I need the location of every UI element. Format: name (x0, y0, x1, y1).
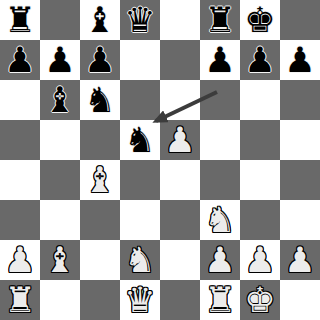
square-d6[interactable] (120, 80, 160, 120)
square-c4[interactable]: ♝ (80, 160, 120, 200)
square-f8[interactable]: ♜ (200, 0, 240, 40)
square-b8[interactable] (40, 0, 80, 40)
square-f4[interactable] (200, 160, 240, 200)
chess-board-container: ♜♝♛♜♚♟♟♟♟♟♟♝♞♞♟♝♞♟♝♞♟♟♟♜♛♜♚ (0, 0, 320, 320)
piece-black-bishop: ♝ (44, 80, 75, 120)
piece-black-pawn: ♟ (4, 40, 35, 80)
square-c5[interactable] (80, 120, 120, 160)
square-g1[interactable]: ♚ (240, 280, 280, 320)
square-b6[interactable]: ♝ (40, 80, 80, 120)
square-c8[interactable]: ♝ (80, 0, 120, 40)
piece-white-knight: ♞ (204, 200, 235, 240)
chess-board: ♜♝♛♜♚♟♟♟♟♟♟♝♞♞♟♝♞♟♝♞♟♟♟♜♛♜♚ (0, 0, 320, 320)
piece-black-rook: ♜ (204, 0, 235, 40)
square-d2[interactable]: ♞ (120, 240, 160, 280)
square-h3[interactable] (280, 200, 320, 240)
square-g6[interactable] (240, 80, 280, 120)
piece-white-pawn: ♟ (4, 240, 35, 280)
piece-black-pawn: ♟ (84, 40, 115, 80)
square-c6[interactable]: ♞ (80, 80, 120, 120)
square-a7[interactable]: ♟ (0, 40, 40, 80)
square-b4[interactable] (40, 160, 80, 200)
piece-black-pawn: ♟ (204, 40, 235, 80)
square-e7[interactable] (160, 40, 200, 80)
square-f2[interactable]: ♟ (200, 240, 240, 280)
square-a5[interactable] (0, 120, 40, 160)
square-f1[interactable]: ♜ (200, 280, 240, 320)
square-h5[interactable] (280, 120, 320, 160)
piece-black-bishop: ♝ (84, 0, 115, 40)
square-d1[interactable]: ♛ (120, 280, 160, 320)
piece-white-rook: ♜ (204, 280, 235, 320)
square-b3[interactable] (40, 200, 80, 240)
square-e3[interactable] (160, 200, 200, 240)
square-a4[interactable] (0, 160, 40, 200)
square-e4[interactable] (160, 160, 200, 200)
square-e2[interactable] (160, 240, 200, 280)
square-f5[interactable] (200, 120, 240, 160)
piece-black-pawn: ♟ (284, 40, 315, 80)
piece-black-pawn: ♟ (244, 40, 275, 80)
piece-white-pawn: ♟ (164, 120, 195, 160)
piece-white-bishop: ♝ (84, 160, 115, 200)
piece-white-pawn: ♟ (204, 240, 235, 280)
piece-black-king: ♚ (244, 0, 275, 40)
square-g8[interactable]: ♚ (240, 0, 280, 40)
square-d4[interactable] (120, 160, 160, 200)
piece-black-rook: ♜ (4, 0, 35, 40)
square-g5[interactable] (240, 120, 280, 160)
square-d3[interactable] (120, 200, 160, 240)
piece-white-king: ♚ (244, 280, 275, 320)
square-b7[interactable]: ♟ (40, 40, 80, 80)
square-e5[interactable]: ♟ (160, 120, 200, 160)
square-h4[interactable] (280, 160, 320, 200)
square-c3[interactable] (80, 200, 120, 240)
square-f7[interactable]: ♟ (200, 40, 240, 80)
square-c2[interactable] (80, 240, 120, 280)
square-h7[interactable]: ♟ (280, 40, 320, 80)
square-c1[interactable] (80, 280, 120, 320)
square-b1[interactable] (40, 280, 80, 320)
piece-white-queen: ♛ (124, 280, 155, 320)
square-b2[interactable]: ♝ (40, 240, 80, 280)
piece-white-bishop: ♝ (44, 240, 75, 280)
piece-black-knight: ♞ (124, 120, 155, 160)
square-h8[interactable] (280, 0, 320, 40)
square-f3[interactable]: ♞ (200, 200, 240, 240)
square-e1[interactable] (160, 280, 200, 320)
square-g3[interactable] (240, 200, 280, 240)
square-a1[interactable]: ♜ (0, 280, 40, 320)
piece-white-rook: ♜ (4, 280, 35, 320)
square-d5[interactable]: ♞ (120, 120, 160, 160)
square-g7[interactable]: ♟ (240, 40, 280, 80)
square-a2[interactable]: ♟ (0, 240, 40, 280)
square-c7[interactable]: ♟ (80, 40, 120, 80)
square-e6[interactable] (160, 80, 200, 120)
square-g2[interactable]: ♟ (240, 240, 280, 280)
piece-black-pawn: ♟ (44, 40, 75, 80)
square-b5[interactable] (40, 120, 80, 160)
square-a3[interactable] (0, 200, 40, 240)
square-e8[interactable] (160, 0, 200, 40)
square-a8[interactable]: ♜ (0, 0, 40, 40)
square-f6[interactable] (200, 80, 240, 120)
piece-white-knight: ♞ (124, 240, 155, 280)
square-d7[interactable] (120, 40, 160, 80)
square-a6[interactable] (0, 80, 40, 120)
square-g4[interactable] (240, 160, 280, 200)
piece-black-queen: ♛ (124, 0, 155, 40)
square-h1[interactable] (280, 280, 320, 320)
square-h6[interactable] (280, 80, 320, 120)
square-d8[interactable]: ♛ (120, 0, 160, 40)
piece-black-knight: ♞ (84, 80, 115, 120)
square-h2[interactable]: ♟ (280, 240, 320, 280)
piece-white-pawn: ♟ (244, 240, 275, 280)
piece-white-pawn: ♟ (284, 240, 315, 280)
